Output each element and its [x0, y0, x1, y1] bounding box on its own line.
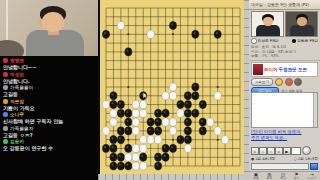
- player-names: 안성준 P9단 강동윤 P9단: [249, 37, 320, 44]
- nav-button-3[interactable]: »: [275, 147, 283, 155]
- red-button[interactable]: [285, 78, 293, 86]
- go-board[interactable]: [98, 0, 244, 180]
- banner-text-red: 드디어: [264, 67, 278, 72]
- scrollbar[interactable]: [313, 93, 317, 127]
- photo-suit: [256, 25, 280, 37]
- banner-image: [253, 64, 263, 75]
- photo-face: [263, 17, 273, 26]
- bottom-menu-새창[interactable]: ▣새창: [253, 172, 259, 180]
- bottom-menu-label: 항복: [294, 177, 300, 180]
- nav-button-4[interactable]: ▶: [283, 147, 291, 155]
- chat-text: 신사참배 하면 구독자 안늠: [3, 118, 98, 125]
- chat-badge-icon: [3, 99, 8, 104]
- webcam-view: [0, 0, 98, 56]
- chat-text: 고길동: [3, 91, 98, 98]
- game-info: 조건 : 호선 · 덤 6.5집 시간 : 각 10분 · 3회 초읽기 승률 …: [249, 44, 320, 61]
- move-list-area[interactable]: [251, 92, 318, 128]
- black-stone-icon: [292, 39, 296, 43]
- nav-button-1[interactable]: ‹: [259, 147, 267, 155]
- chat-message: 가족몰몰자고길동 ㅇㅈ?: [3, 126, 98, 139]
- white-player-name: 안성준 P9단: [251, 38, 279, 44]
- black-player-name: 강동윤 P9단: [292, 38, 318, 44]
- bottom-menu: ▣새창◍돌통◲계가⚑항복⇥나가기: [249, 171, 320, 180]
- chat-badge-icon: [3, 72, 8, 77]
- board-bottom-coordinates: [98, 174, 244, 180]
- notice-links[interactable]: [안내] 타이젬 바둑 생중계, 주요 변화도 제공…: [251, 129, 318, 145]
- nav-button-0[interactable]: «: [251, 147, 259, 155]
- black-clock: ● 1분 4초/3회: [251, 156, 275, 163]
- chat-message: 박성빈안녕합니다.: [3, 72, 98, 85]
- clock-row: ● 1분 4초/3회 ○ 1분 1초/3회: [251, 156, 318, 163]
- yellow-button[interactable]: [275, 78, 283, 86]
- chat-message: 소나무신사참배 하면 구독자 안늠: [3, 112, 98, 125]
- black-player-photo: [285, 11, 318, 37]
- chat-message: 빵빵맨안녕합니다~~: [3, 58, 98, 71]
- chat-input-box[interactable]: [251, 163, 309, 170]
- send-button[interactable]: [310, 163, 318, 170]
- bottom-menu-계가[interactable]: ◲계가: [280, 172, 286, 180]
- chat-message: 가족몰몰이고길동: [3, 85, 98, 98]
- player-photos: [249, 10, 320, 37]
- stream-screenshot: 빵빵맨안녕합니다~~박성빈안녕합니다.가족몰몰이고길동자본맘기쁨이 가득요소나무…: [0, 0, 320, 180]
- bottom-menu-label: 돌통: [266, 177, 272, 180]
- ad-banner[interactable]: 드디어 두점관문 오픈: [251, 62, 318, 77]
- move-number-box[interactable]: [291, 147, 301, 155]
- white-stone-icon: [251, 38, 257, 44]
- move-list-button[interactable]: 수순보기: [251, 78, 273, 86]
- chat-badge-icon: [3, 58, 8, 63]
- notice-line[interactable]: 주요 변화도 제공…: [251, 135, 318, 141]
- go-board-grid[interactable]: [100, 0, 246, 174]
- chat-text: 안녕합니다.: [3, 78, 98, 85]
- bottom-menu-label: 나가기: [307, 177, 316, 180]
- white-player-photo: [251, 11, 284, 37]
- dark-button[interactable]: [294, 78, 302, 86]
- photo-face: [297, 17, 307, 26]
- button-row-1: 수순보기: [249, 78, 320, 86]
- chat-text: 고길동 ㅇㅈ?: [3, 132, 98, 139]
- white-clock: ○ 1분 1초/3회: [294, 156, 318, 163]
- chat-message: 자본맘기쁨이 가득요: [3, 99, 98, 112]
- chat-badge-icon: [3, 139, 8, 144]
- bottom-menu-항복[interactable]: ⚑항복: [294, 172, 300, 180]
- panel-chat-input-row: [251, 163, 318, 171]
- chat-text: 오 강동윤이 연구한 수: [3, 145, 98, 152]
- photo-suit: [290, 25, 314, 37]
- round-nav-button[interactable]: [302, 146, 311, 155]
- bottom-menu-label: 새창: [253, 177, 259, 180]
- chat-badge-icon: [3, 112, 8, 117]
- bottom-menu-나가기[interactable]: ⇥나가기: [307, 172, 316, 180]
- circle-buttons: [275, 78, 302, 86]
- bottom-menu-돌통[interactable]: ◍돌통: [266, 172, 272, 180]
- streamer-face: [42, 12, 64, 32]
- bottom-menu-label: 계가: [280, 177, 286, 180]
- game-client-panel: 대국실 : 강동윤 9단 생중계 (P2) 안성준 P9단 강동윤 P9단 조건…: [249, 0, 320, 180]
- background-shadow: [0, 40, 24, 56]
- chat-message: 김용카오 강동윤이 연구한 수: [3, 139, 98, 152]
- chat-text: 안녕합니다~~: [3, 64, 98, 71]
- info-row: 승률 : 7% : 93%: [251, 54, 318, 59]
- chat-badge-icon: [3, 126, 8, 131]
- move-nav-toolbar: «‹›»▶: [251, 146, 318, 155]
- chat-text: 기쁨이 가득요: [3, 105, 98, 112]
- chat-overlay: 빵빵맨안녕합니다~~박성빈안녕합니다.가족몰몰이고길동자본맘기쁨이 가득요소나무…: [0, 56, 98, 180]
- room-title: 대국실 : 강동윤 9단 생중계 (P2): [249, 0, 320, 10]
- nav-button-2[interactable]: ›: [267, 147, 275, 155]
- chat-badge-icon: [3, 85, 8, 90]
- banner-text-blue: 두점관문 오픈: [279, 67, 308, 72]
